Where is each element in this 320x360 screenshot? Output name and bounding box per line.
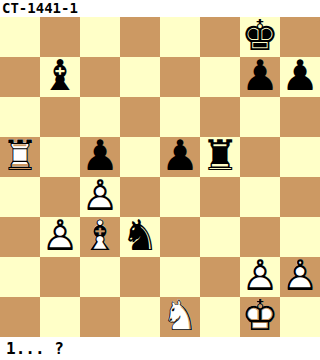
square-e4[interactable] [160,177,200,217]
square-d2[interactable] [120,257,160,297]
square-g2[interactable]: ♟♙ [240,257,280,297]
square-g3[interactable] [240,217,280,257]
square-h3[interactable] [280,217,320,257]
piece-white-pawn-fill: ♟ [280,256,320,296]
square-d6[interactable] [120,97,160,137]
square-e1[interactable]: ♞♘ [160,297,200,337]
square-d3[interactable]: ♞ [120,217,160,257]
square-h1[interactable] [280,297,320,337]
square-f1[interactable] [200,297,240,337]
square-e2[interactable] [160,257,200,297]
square-h8[interactable] [280,17,320,57]
square-b6[interactable] [40,97,80,137]
square-b7[interactable]: ♝ [40,57,80,97]
square-a5[interactable]: ♜♖ [0,137,40,177]
piece-white-knight: ♘ [160,296,200,336]
square-d1[interactable] [120,297,160,337]
square-c2[interactable] [80,257,120,297]
square-e6[interactable] [160,97,200,137]
square-h2[interactable]: ♟♙ [280,257,320,297]
piece-white-bishop: ♗ [80,216,120,256]
square-h7[interactable]: ♟ [280,57,320,97]
square-d4[interactable] [120,177,160,217]
piece-white-pawn-fill: ♟ [80,176,120,216]
square-b8[interactable] [40,17,80,57]
square-f5[interactable]: ♜ [200,137,240,177]
piece-white-knight-fill: ♞ [160,296,200,336]
square-h5[interactable] [280,137,320,177]
square-e3[interactable] [160,217,200,257]
piece-white-king: ♔ [240,296,280,336]
piece-white-king-fill: ♚ [240,296,280,336]
square-c7[interactable] [80,57,120,97]
square-b1[interactable] [40,297,80,337]
square-c8[interactable] [80,17,120,57]
square-h4[interactable] [280,177,320,217]
square-b2[interactable] [40,257,80,297]
square-b3[interactable]: ♟♙ [40,217,80,257]
square-f3[interactable] [200,217,240,257]
square-b5[interactable] [40,137,80,177]
piece-white-pawn: ♙ [280,256,320,296]
square-a3[interactable] [0,217,40,257]
square-a2[interactable] [0,257,40,297]
square-d5[interactable] [120,137,160,177]
piece-black-pawn: ♟ [160,136,200,176]
piece-white-pawn-fill: ♟ [40,216,80,256]
square-c1[interactable] [80,297,120,337]
piece-black-rook: ♜ [200,136,240,176]
square-e5[interactable]: ♟ [160,137,200,177]
square-d8[interactable] [120,17,160,57]
square-a6[interactable] [0,97,40,137]
square-f4[interactable] [200,177,240,217]
chess-puzzle-window: CT-1441-1 ♚♝♟♟♜♖♟♟♜♟♙♟♙♝♗♞♟♙♟♙♞♘♚♔ 1... … [0,0,320,360]
piece-black-king: ♚ [240,16,280,56]
piece-white-rook-fill: ♜ [0,136,40,176]
piece-white-pawn: ♙ [240,256,280,296]
piece-white-rook: ♖ [0,136,40,176]
piece-white-pawn: ♙ [40,216,80,256]
square-e8[interactable] [160,17,200,57]
puzzle-id: CT-1441-1 [0,0,320,17]
square-h6[interactable] [280,97,320,137]
square-f8[interactable] [200,17,240,57]
square-a8[interactable] [0,17,40,57]
square-g5[interactable] [240,137,280,177]
square-d7[interactable] [120,57,160,97]
square-e7[interactable] [160,57,200,97]
square-f7[interactable] [200,57,240,97]
square-c3[interactable]: ♝♗ [80,217,120,257]
move-prompt: 1... ? [0,337,320,360]
square-g6[interactable] [240,97,280,137]
square-g4[interactable] [240,177,280,217]
square-a1[interactable] [0,297,40,337]
chess-board: ♚♝♟♟♜♖♟♟♜♟♙♟♙♝♗♞♟♙♟♙♞♘♚♔ [0,17,320,337]
square-f6[interactable] [200,97,240,137]
piece-black-pawn: ♟ [280,56,320,96]
piece-black-bishop: ♝ [40,56,80,96]
square-g1[interactable]: ♚♔ [240,297,280,337]
square-f2[interactable] [200,257,240,297]
piece-black-pawn: ♟ [240,56,280,96]
square-c4[interactable]: ♟♙ [80,177,120,217]
piece-black-pawn: ♟ [80,136,120,176]
piece-white-pawn-fill: ♟ [240,256,280,296]
piece-black-knight: ♞ [120,216,160,256]
piece-white-bishop-fill: ♝ [80,216,120,256]
square-a7[interactable] [0,57,40,97]
square-b4[interactable] [40,177,80,217]
square-c5[interactable]: ♟ [80,137,120,177]
square-a4[interactable] [0,177,40,217]
square-g7[interactable]: ♟ [240,57,280,97]
square-g8[interactable]: ♚ [240,17,280,57]
square-c6[interactable] [80,97,120,137]
piece-white-pawn: ♙ [80,176,120,216]
